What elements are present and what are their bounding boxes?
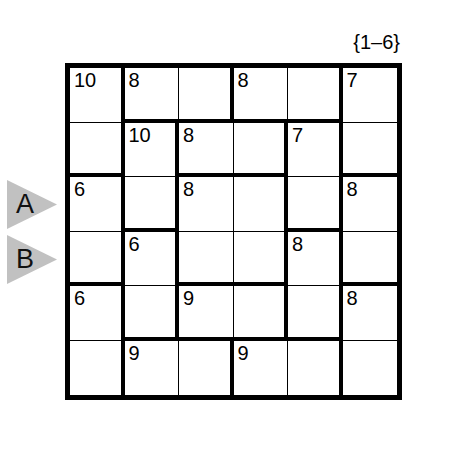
cell-r5c2[interactable] — [125, 286, 180, 341]
cell-r3c4[interactable] — [234, 177, 289, 232]
cage-clue: 9 — [238, 343, 249, 364]
cage-clue: 8 — [347, 288, 358, 309]
answer-row-marker-a: A — [7, 180, 57, 229]
cell-r4c6[interactable] — [343, 232, 398, 287]
cell-r1c1[interactable]: 10 — [70, 68, 125, 123]
cell-r6c6[interactable] — [343, 341, 398, 396]
cage-clue: 7 — [292, 125, 303, 146]
cage-clue: 6 — [129, 234, 140, 255]
cage-clue: 9 — [183, 288, 194, 309]
cell-r2c3[interactable]: 8 — [179, 123, 234, 178]
puzzle-image: {1–6} A B 1088710876886869899 — [0, 0, 465, 465]
cell-r6c4[interactable]: 9 — [234, 341, 289, 396]
cage-clue: 8 — [183, 179, 194, 200]
cell-r4c2[interactable]: 6 — [125, 232, 180, 287]
cell-r2c2[interactable]: 10 — [125, 123, 180, 178]
cell-r4c3[interactable] — [179, 232, 234, 287]
cage-clue: 8 — [129, 70, 140, 91]
cell-r6c2[interactable]: 9 — [125, 341, 180, 396]
row-marker-label-b: B — [16, 243, 34, 274]
cage-clue: 9 — [129, 343, 140, 364]
cell-r2c4[interactable] — [234, 123, 289, 178]
cell-r5c5[interactable] — [288, 286, 343, 341]
cell-r3c1[interactable]: 6 — [70, 177, 125, 232]
row-marker-label-a: A — [16, 188, 34, 219]
cell-r2c5[interactable]: 7 — [288, 123, 343, 178]
cell-r6c5[interactable] — [288, 341, 343, 396]
cell-r3c2[interactable] — [125, 177, 180, 232]
cage-clue: 8 — [183, 125, 194, 146]
cell-r2c6[interactable] — [343, 123, 398, 178]
cell-r5c6[interactable]: 8 — [343, 286, 398, 341]
answer-row-marker-b: B — [7, 235, 57, 284]
cell-r6c1[interactable] — [70, 341, 125, 396]
cage-clue: 8 — [347, 179, 358, 200]
cell-r3c3[interactable]: 8 — [179, 177, 234, 232]
cell-r1c2[interactable]: 8 — [125, 68, 180, 123]
cell-r5c3[interactable]: 9 — [179, 286, 234, 341]
cell-r5c4[interactable] — [234, 286, 289, 341]
cell-r1c5[interactable] — [288, 68, 343, 123]
cell-r4c1[interactable] — [70, 232, 125, 287]
cage-clue: 7 — [347, 70, 358, 91]
cage-clue: 10 — [74, 70, 96, 91]
cell-r5c1[interactable]: 6 — [70, 286, 125, 341]
cell-r2c1[interactable] — [70, 123, 125, 178]
cell-r4c4[interactable] — [234, 232, 289, 287]
cell-r3c6[interactable]: 8 — [343, 177, 398, 232]
cell-r1c6[interactable]: 7 — [343, 68, 398, 123]
digit-range-label: {1–6} — [353, 31, 400, 54]
cage-clue: 6 — [74, 288, 85, 309]
cage-clue: 8 — [238, 70, 249, 91]
cage-clue: 8 — [292, 234, 303, 255]
cage-clue: 10 — [129, 125, 151, 146]
cell-r1c4[interactable]: 8 — [234, 68, 289, 123]
puzzle-board: 1088710876886869899 — [65, 63, 402, 400]
cell-r4c5[interactable]: 8 — [288, 232, 343, 287]
cage-clue: 6 — [74, 179, 85, 200]
cell-r6c3[interactable] — [179, 341, 234, 396]
cell-r1c3[interactable] — [179, 68, 234, 123]
cell-r3c5[interactable] — [288, 177, 343, 232]
